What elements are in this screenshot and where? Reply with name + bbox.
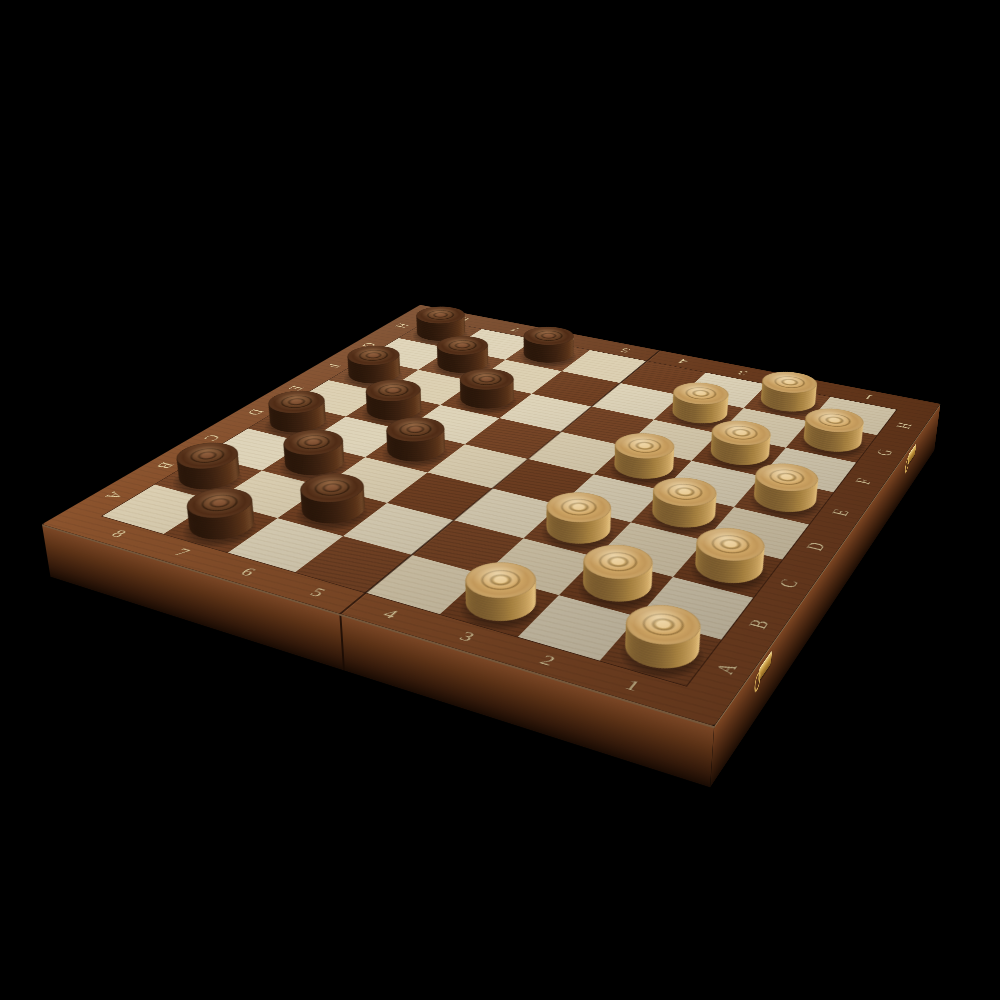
board-scene: AABBCCDDEEFFGGHH1122334455667788 <box>0 0 1000 1000</box>
checker-dark-a7 <box>176 506 266 547</box>
checker-dark-b6 <box>289 491 376 530</box>
checker-light-e1 <box>744 481 823 519</box>
fold-seam-side <box>339 616 345 671</box>
checker-light-a3 <box>452 581 547 630</box>
product-photo-stage: AABBCCDDEEFFGGHH1122334455667788 AABBCCD… <box>0 0 1000 1000</box>
folding-checkers-board: AABBCCDDEEFFGGHH1122334455667788 <box>42 305 941 726</box>
checker-light-c1 <box>684 546 771 591</box>
checker-light-a1 <box>613 623 710 678</box>
checker-light-b2 <box>571 563 662 610</box>
